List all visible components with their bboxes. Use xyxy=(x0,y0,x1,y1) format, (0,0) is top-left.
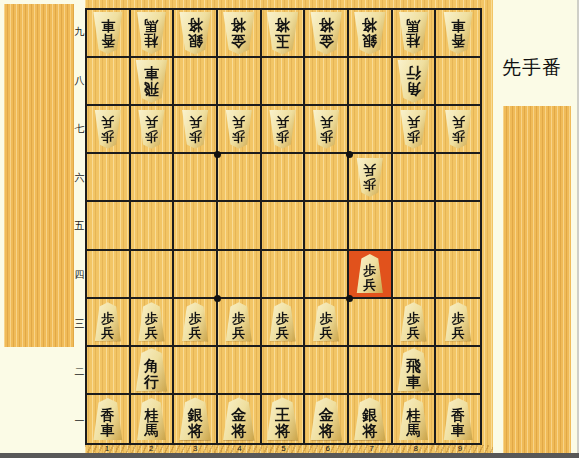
piece-kanji: 歩兵 xyxy=(355,158,384,201)
board-square[interactable]: 角行 xyxy=(393,58,437,106)
board-square[interactable] xyxy=(218,58,262,106)
piece-kanji: 金将 xyxy=(309,12,344,59)
board-square[interactable]: 香車 xyxy=(436,10,480,58)
board-square[interactable]: 歩兵 xyxy=(349,154,393,202)
board-square[interactable] xyxy=(262,154,306,202)
piece-kanji: 金将 xyxy=(221,397,256,444)
board-square[interactable] xyxy=(131,154,175,202)
board-square[interactable]: 歩兵 xyxy=(131,299,175,347)
board-square[interactable]: 玉将 xyxy=(262,10,306,58)
board-square[interactable]: 歩兵 xyxy=(393,299,437,347)
piece-歩兵-sente[interactable]: 歩兵 xyxy=(224,110,253,149)
piece-kanji: 歩兵 xyxy=(444,110,473,153)
board-square[interactable] xyxy=(436,251,480,299)
piece-銀将-sente[interactable]: 銀将 xyxy=(178,12,213,55)
turn-indicator: 先手番 xyxy=(502,55,562,81)
piece-kanji: 銀将 xyxy=(352,397,387,444)
board-front-edge: 123456789 xyxy=(85,445,493,453)
piece-kanji: 角行 xyxy=(134,348,169,395)
piece-歩兵-gote[interactable]: 歩兵 xyxy=(93,302,122,341)
piece-kanji: 香車 xyxy=(442,12,474,58)
piece-金将-gote[interactable]: 金将 xyxy=(309,397,344,440)
shogi-app: 九八七六五四三二一 香車桂馬銀将金将玉将金将銀将桂馬香車飛車角行歩兵歩兵歩兵歩兵… xyxy=(0,0,579,458)
piece-歩兵-sente[interactable]: 歩兵 xyxy=(355,158,384,197)
piece-kanji: 飛車 xyxy=(134,60,169,107)
hoshi-dot xyxy=(214,151,221,158)
piece-kanji: 桂馬 xyxy=(135,12,167,58)
board-square[interactable] xyxy=(393,154,437,202)
piece-歩兵-sente[interactable]: 歩兵 xyxy=(268,110,297,149)
piece-kanji: 歩兵 xyxy=(444,302,473,345)
board-square[interactable] xyxy=(436,347,480,395)
rank-label: 一 xyxy=(74,396,85,445)
piece-桂馬-sente[interactable]: 桂馬 xyxy=(135,12,167,54)
file-label: 3 xyxy=(173,445,217,453)
file-label: 1 xyxy=(85,445,129,453)
piece-桂馬-sente[interactable]: 桂馬 xyxy=(397,12,429,54)
file-label: 9 xyxy=(438,445,482,453)
piece-kanji: 歩兵 xyxy=(181,110,210,153)
file-label: 8 xyxy=(394,445,438,453)
board-square[interactable]: 香車 xyxy=(87,10,131,58)
piece-kanji: 歩兵 xyxy=(137,302,166,345)
komadai-right-captured-tray[interactable] xyxy=(503,106,571,455)
piece-飛車-sente[interactable]: 飛車 xyxy=(134,60,169,103)
piece-歩兵-gote[interactable]: 歩兵 xyxy=(268,302,297,341)
piece-香車-gote[interactable]: 香車 xyxy=(92,398,124,440)
rank-label: 三 xyxy=(74,299,85,348)
board-square[interactable] xyxy=(349,202,393,250)
piece-歩兵-sente[interactable]: 歩兵 xyxy=(444,110,473,149)
piece-kanji: 歩兵 xyxy=(181,302,210,345)
board-square[interactable] xyxy=(305,58,349,106)
board-square[interactable] xyxy=(218,347,262,395)
board-square[interactable]: 金将 xyxy=(218,395,262,443)
board-square[interactable] xyxy=(174,251,218,299)
piece-桂馬-gote[interactable]: 桂馬 xyxy=(397,398,429,440)
piece-歩兵-sente[interactable]: 歩兵 xyxy=(181,110,210,149)
shogi-board: 香車桂馬銀将金将玉将金将銀将桂馬香車飛車角行歩兵歩兵歩兵歩兵歩兵歩兵歩兵歩兵歩兵… xyxy=(85,0,493,453)
piece-玉将-sente[interactable]: 玉将 xyxy=(265,12,300,55)
rank-label: 九 xyxy=(74,8,85,57)
board-square[interactable] xyxy=(174,202,218,250)
board-square[interactable]: 金将 xyxy=(305,395,349,443)
board-square[interactable] xyxy=(87,202,131,250)
board-square[interactable]: 歩兵 xyxy=(131,106,175,154)
board-square[interactable]: 歩兵 xyxy=(436,299,480,347)
board-square[interactable]: 銀将 xyxy=(174,10,218,58)
piece-kanji: 歩兵 xyxy=(268,110,297,153)
file-label: 4 xyxy=(217,445,261,453)
piece-kanji: 銀将 xyxy=(178,397,213,444)
rank-label: 八 xyxy=(74,57,85,106)
board-square[interactable]: 香車 xyxy=(87,395,131,443)
board-square[interactable] xyxy=(174,58,218,106)
board-square[interactable]: 歩兵 xyxy=(87,106,131,154)
piece-銀将-sente[interactable]: 銀将 xyxy=(352,12,387,55)
hoshi-dot xyxy=(214,295,221,302)
board-square[interactable] xyxy=(218,202,262,250)
file-label: 5 xyxy=(261,445,305,453)
piece-kanji: 桂馬 xyxy=(135,398,167,444)
piece-kanji: 歩兵 xyxy=(224,110,253,153)
piece-角行-sente[interactable]: 角行 xyxy=(396,60,431,103)
board-square[interactable]: 歩兵 xyxy=(349,251,393,299)
piece-kanji: 歩兵 xyxy=(93,110,122,153)
komadai-left-captured-tray[interactable] xyxy=(4,4,74,347)
piece-kanji: 歩兵 xyxy=(268,302,297,345)
piece-歩兵-sente[interactable]: 歩兵 xyxy=(312,110,341,149)
board-square[interactable]: 歩兵 xyxy=(218,106,262,154)
board-square[interactable] xyxy=(174,154,218,202)
piece-飛車-gote[interactable]: 飛車 xyxy=(396,348,431,391)
rank-label: 五 xyxy=(74,202,85,251)
piece-歩兵-gote[interactable]: 歩兵 xyxy=(137,302,166,341)
rank-label: 四 xyxy=(74,251,85,300)
board-square[interactable] xyxy=(436,202,480,250)
board-square[interactable]: 金将 xyxy=(305,10,349,58)
board-square[interactable] xyxy=(305,154,349,202)
piece-kanji: 角行 xyxy=(396,60,431,107)
board-square[interactable]: 歩兵 xyxy=(174,299,218,347)
piece-kanji: 歩兵 xyxy=(312,302,341,345)
piece-香車-sente[interactable]: 香車 xyxy=(92,12,124,54)
board-square[interactable] xyxy=(305,251,349,299)
board-square[interactable] xyxy=(436,58,480,106)
board-square[interactable] xyxy=(218,154,262,202)
board-square[interactable]: 歩兵 xyxy=(305,106,349,154)
file-labels: 123456789 xyxy=(85,445,482,453)
board-square[interactable] xyxy=(436,154,480,202)
piece-kanji: 歩兵 xyxy=(312,110,341,153)
piece-kanji: 歩兵 xyxy=(355,254,384,297)
piece-金将-sente[interactable]: 金将 xyxy=(309,12,344,55)
board-square[interactable]: 飛車 xyxy=(393,347,437,395)
piece-銀将-gote[interactable]: 銀将 xyxy=(352,397,387,440)
board-square[interactable]: 歩兵 xyxy=(262,106,306,154)
piece-kanji: 歩兵 xyxy=(399,110,428,153)
file-label: 7 xyxy=(350,445,394,453)
window-bottom-bar xyxy=(0,453,579,458)
board-square[interactable]: 歩兵 xyxy=(174,106,218,154)
board-square[interactable] xyxy=(349,58,393,106)
piece-角行-gote[interactable]: 角行 xyxy=(134,348,169,391)
board-square[interactable] xyxy=(218,251,262,299)
board-square[interactable]: 歩兵 xyxy=(436,106,480,154)
piece-kanji: 香車 xyxy=(92,12,124,58)
piece-kanji: 銀将 xyxy=(178,12,213,59)
piece-kanji: 王将 xyxy=(265,397,300,444)
hoshi-dot xyxy=(346,151,353,158)
board-square[interactable]: 歩兵 xyxy=(218,299,262,347)
board-square[interactable]: 銀将 xyxy=(174,395,218,443)
rank-label: 六 xyxy=(74,154,85,203)
piece-kanji: 香車 xyxy=(92,398,124,444)
board-square[interactable] xyxy=(393,202,437,250)
piece-kanji: 歩兵 xyxy=(399,302,428,345)
piece-歩兵-sente[interactable]: 歩兵 xyxy=(137,110,166,149)
rank-label: 二 xyxy=(74,348,85,397)
board-grid: 香車桂馬銀将金将玉将金将銀将桂馬香車飛車角行歩兵歩兵歩兵歩兵歩兵歩兵歩兵歩兵歩兵… xyxy=(85,8,482,445)
piece-銀将-gote[interactable]: 銀将 xyxy=(178,397,213,440)
file-label: 2 xyxy=(129,445,173,453)
board-square[interactable] xyxy=(262,251,306,299)
board-square[interactable]: 桂馬 xyxy=(131,395,175,443)
hoshi-dot xyxy=(346,295,353,302)
piece-kanji: 歩兵 xyxy=(224,302,253,345)
piece-kanji: 香車 xyxy=(442,398,474,444)
piece-kanji: 玉将 xyxy=(265,12,300,59)
board-square[interactable] xyxy=(131,251,175,299)
piece-桂馬-gote[interactable]: 桂馬 xyxy=(135,398,167,440)
board-square[interactable]: 歩兵 xyxy=(262,299,306,347)
piece-歩兵-sente[interactable]: 歩兵 xyxy=(93,110,122,149)
file-label: 6 xyxy=(306,445,350,453)
board-square[interactable]: 歩兵 xyxy=(87,299,131,347)
piece-kanji: 桂馬 xyxy=(397,398,429,444)
board-square[interactable] xyxy=(262,58,306,106)
board-square[interactable]: 桂馬 xyxy=(131,10,175,58)
board-square[interactable] xyxy=(174,347,218,395)
piece-歩兵-gote[interactable]: 歩兵 xyxy=(224,302,253,341)
board-square[interactable] xyxy=(87,154,131,202)
rank-labels: 九八七六五四三二一 xyxy=(74,8,85,445)
board-square[interactable] xyxy=(305,347,349,395)
piece-kanji: 飛車 xyxy=(396,348,431,395)
piece-歩兵-sente[interactable]: 歩兵 xyxy=(399,110,428,149)
board-square[interactable]: 銀将 xyxy=(349,10,393,58)
piece-金将-sente[interactable]: 金将 xyxy=(221,12,256,55)
board-square[interactable] xyxy=(349,299,393,347)
board-square[interactable] xyxy=(262,347,306,395)
board-square[interactable]: 角行 xyxy=(131,347,175,395)
board-square[interactable] xyxy=(349,347,393,395)
board-square[interactable]: 王将 xyxy=(262,395,306,443)
board-square[interactable] xyxy=(131,202,175,250)
board-square[interactable]: 歩兵 xyxy=(305,299,349,347)
piece-歩兵-gote[interactable]: 歩兵 xyxy=(181,302,210,341)
board-square[interactable] xyxy=(87,251,131,299)
piece-kanji: 金将 xyxy=(309,397,344,444)
board-square[interactable]: 桂馬 xyxy=(393,10,437,58)
board-square[interactable]: 銀将 xyxy=(349,395,393,443)
board-square[interactable] xyxy=(393,251,437,299)
rank-label: 七 xyxy=(74,105,85,154)
board-square[interactable] xyxy=(305,202,349,250)
piece-kanji: 歩兵 xyxy=(137,110,166,153)
piece-歩兵-gote[interactable]: 歩兵 xyxy=(312,302,341,341)
board-square[interactable] xyxy=(349,106,393,154)
board-square[interactable]: 金将 xyxy=(218,10,262,58)
piece-kanji: 銀将 xyxy=(352,12,387,59)
board-square[interactable]: 飛車 xyxy=(131,58,175,106)
piece-香車-sente[interactable]: 香車 xyxy=(442,12,474,54)
board-square[interactable] xyxy=(87,347,131,395)
board-square[interactable]: 歩兵 xyxy=(393,106,437,154)
board-square[interactable] xyxy=(87,58,131,106)
piece-kanji: 金将 xyxy=(221,12,256,59)
board-square[interactable]: 桂馬 xyxy=(393,395,437,443)
piece-歩兵-gote[interactable]: 歩兵 xyxy=(444,302,473,341)
piece-金将-gote[interactable]: 金将 xyxy=(221,397,256,440)
piece-kanji: 歩兵 xyxy=(93,302,122,345)
board-square[interactable] xyxy=(262,202,306,250)
piece-kanji: 桂馬 xyxy=(397,12,429,58)
piece-歩兵-gote[interactable]: 歩兵 xyxy=(355,254,384,293)
piece-歩兵-gote[interactable]: 歩兵 xyxy=(399,302,428,341)
piece-香車-gote[interactable]: 香車 xyxy=(442,398,474,440)
board-square[interactable]: 香車 xyxy=(436,395,480,443)
piece-王将-gote[interactable]: 王将 xyxy=(265,397,300,440)
